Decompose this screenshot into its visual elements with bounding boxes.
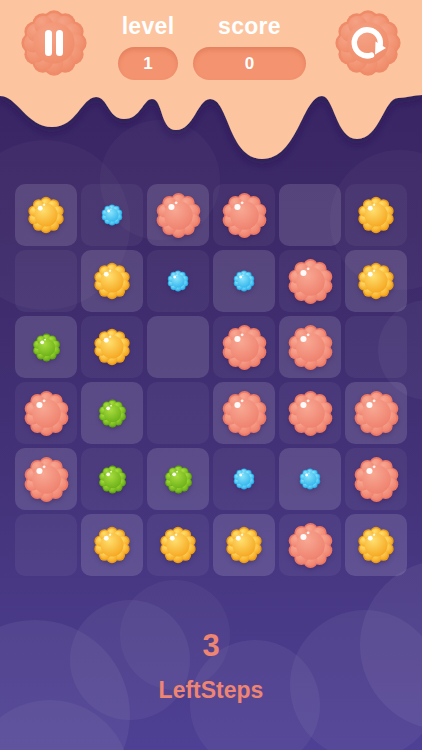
board-cell-r2c5[interactable] — [279, 250, 341, 312]
board-cell-r4c3[interactable] — [147, 382, 209, 444]
piece-pink-flower — [221, 192, 268, 239]
board-cell-r6c5[interactable] — [279, 514, 341, 576]
board-cell-r1c5[interactable] — [279, 184, 341, 246]
board-cell-r2c2[interactable] — [81, 250, 143, 312]
board-cell-r1c1[interactable] — [15, 184, 77, 246]
piece-yellow-flower — [225, 526, 263, 564]
board-cell-r3c1[interactable] — [15, 316, 77, 378]
cloud-decoration — [0, 700, 130, 750]
board-cell-r4c6[interactable] — [345, 382, 407, 444]
board-cell-r5c4[interactable] — [213, 448, 275, 510]
board-cell-r6c6[interactable] — [345, 514, 407, 576]
board-cell-r1c4[interactable] — [213, 184, 275, 246]
restart-button[interactable] — [334, 9, 402, 77]
piece-yellow-flower — [93, 526, 131, 564]
piece-yellow-flower — [357, 196, 395, 234]
board-cell-r5c5[interactable] — [279, 448, 341, 510]
board-cell-r1c6[interactable] — [345, 184, 407, 246]
board-cell-r5c1[interactable] — [15, 448, 77, 510]
steps-value: 3 — [0, 628, 422, 664]
piece-green-flower — [98, 399, 127, 428]
board-cell-r3c3[interactable] — [147, 316, 209, 378]
piece-yellow-flower — [357, 526, 395, 564]
score-block: score 0 — [193, 13, 306, 80]
piece-yellow-flower — [357, 262, 395, 300]
board-cell-r6c3[interactable] — [147, 514, 209, 576]
board-cell-r4c1[interactable] — [15, 382, 77, 444]
board-cell-r2c3[interactable] — [147, 250, 209, 312]
pause-button[interactable] — [20, 9, 88, 77]
piece-pink-flower — [353, 390, 400, 437]
piece-blue-flower — [101, 204, 123, 226]
piece-green-flower — [164, 465, 193, 494]
pause-icon — [20, 9, 88, 77]
level-value-pill: 1 — [118, 47, 178, 80]
piece-yellow-flower — [159, 526, 197, 564]
piece-pink-flower — [221, 324, 268, 371]
piece-yellow-flower — [27, 196, 65, 234]
piece-pink-flower — [287, 390, 334, 437]
board-cell-r5c6[interactable] — [345, 448, 407, 510]
board-cell-r3c6[interactable] — [345, 316, 407, 378]
level-block: level 1 — [118, 13, 178, 80]
game-screen: { "game": "flower-blob match-merge puzzl… — [0, 0, 422, 750]
board-cell-r3c2[interactable] — [81, 316, 143, 378]
board-cell-r4c2[interactable] — [81, 382, 143, 444]
steps-label: LeftSteps — [0, 677, 422, 704]
piece-green-flower — [98, 465, 127, 494]
board-cell-r2c4[interactable] — [213, 250, 275, 312]
piece-blue-flower — [233, 468, 255, 490]
piece-pink-flower — [155, 192, 202, 239]
piece-pink-flower — [353, 456, 400, 503]
board-cell-r2c1[interactable] — [15, 250, 77, 312]
piece-green-flower — [32, 333, 61, 362]
piece-blue-flower — [299, 468, 321, 490]
board-cell-r3c4[interactable] — [213, 316, 275, 378]
score-label: score — [193, 13, 306, 40]
piece-pink-flower — [221, 390, 268, 437]
board-cell-r2c6[interactable] — [345, 250, 407, 312]
board-cell-r6c2[interactable] — [81, 514, 143, 576]
board-cell-r6c4[interactable] — [213, 514, 275, 576]
board-cell-r6c1[interactable] — [15, 514, 77, 576]
piece-blue-flower — [167, 270, 189, 292]
piece-pink-flower — [23, 456, 70, 503]
restart-icon — [334, 9, 402, 77]
piece-pink-flower — [23, 390, 70, 437]
board-cell-r4c5[interactable] — [279, 382, 341, 444]
board-cell-r5c3[interactable] — [147, 448, 209, 510]
score-value-pill: 0 — [193, 47, 306, 80]
piece-pink-flower — [287, 522, 334, 569]
piece-pink-flower — [287, 258, 334, 305]
board-cell-r3c5[interactable] — [279, 316, 341, 378]
piece-yellow-flower — [93, 262, 131, 300]
level-label: level — [118, 13, 178, 40]
game-board — [15, 184, 407, 576]
board-cell-r5c2[interactable] — [81, 448, 143, 510]
board-cell-r1c3[interactable] — [147, 184, 209, 246]
board-cell-r4c4[interactable] — [213, 382, 275, 444]
piece-blue-flower — [233, 270, 255, 292]
board-cell-r1c2[interactable] — [81, 184, 143, 246]
piece-yellow-flower — [93, 328, 131, 366]
piece-pink-flower — [287, 324, 334, 371]
